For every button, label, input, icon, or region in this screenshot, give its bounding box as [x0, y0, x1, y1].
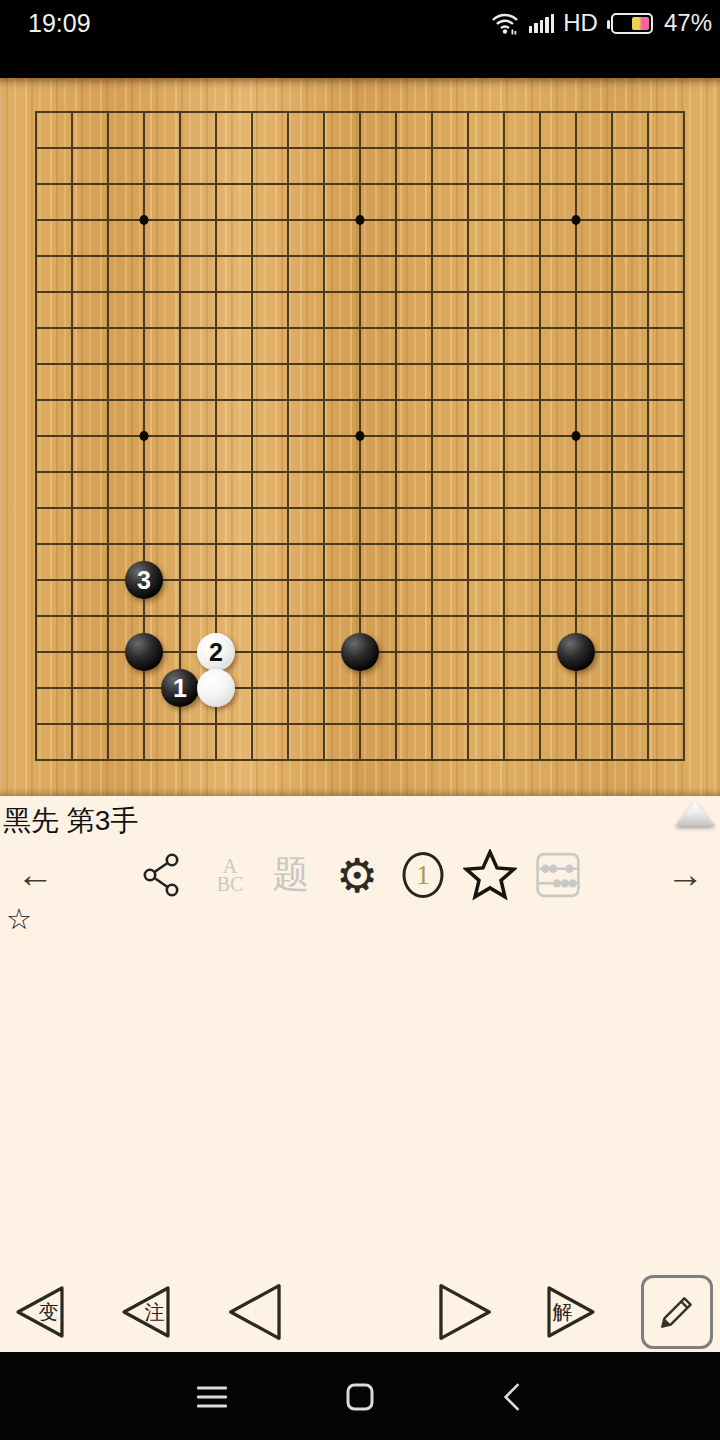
star-point: [356, 431, 365, 441]
coordinates-toggle-button[interactable]: A BC: [217, 857, 244, 894]
battery-icon: [611, 13, 653, 34]
star-point: [572, 431, 581, 441]
black-stone-move-3[interactable]: 3: [125, 561, 163, 599]
previous-move-button[interactable]: ←: [17, 854, 54, 896]
abacus-icon: [535, 851, 581, 899]
black-stone[interactable]: [341, 633, 379, 671]
star-icon: [463, 849, 517, 901]
edit-button[interactable]: [641, 1275, 713, 1349]
signal-strength-icon: [529, 13, 555, 33]
collapse-panel-button[interactable]: [675, 802, 715, 826]
status-bar: 19:09 HD 47%: [0, 0, 720, 78]
home-icon[interactable]: [347, 1384, 374, 1411]
star-point: [572, 215, 581, 225]
right-triangle-icon: [432, 1278, 496, 1346]
share-icon: [141, 852, 183, 898]
go-board[interactable]: 321: [0, 78, 720, 796]
left-triangle-icon: [224, 1278, 288, 1346]
problem-mode-button[interactable]: 题: [273, 850, 310, 900]
counting-button[interactable]: [535, 851, 581, 899]
favorite-button[interactable]: [463, 849, 517, 901]
circled-one-icon: 1: [403, 852, 444, 898]
black-stone-move-1[interactable]: 1: [161, 669, 199, 707]
white-stone-move-2[interactable]: 2: [197, 633, 235, 671]
black-stone[interactable]: [125, 633, 163, 671]
battery-percent: 47%: [664, 9, 712, 37]
problem-status-text: 黑先 第3手: [3, 802, 138, 840]
white-stone[interactable]: [197, 669, 235, 707]
step-forward-button[interactable]: [432, 1278, 496, 1346]
settings-button[interactable]: ⚙: [336, 848, 378, 903]
annotation-button[interactable]: 注: [118, 1281, 176, 1343]
black-stone[interactable]: [557, 633, 595, 671]
pencil-icon: [656, 1291, 698, 1333]
go-board-grid[interactable]: 321: [18, 94, 702, 778]
abc-icon: A BC: [217, 857, 244, 894]
clock: 19:09: [28, 9, 91, 38]
toolbar: ← A BC 题 ⚙ 1: [0, 842, 720, 908]
stone-move-number: 3: [137, 568, 151, 593]
star-point: [140, 215, 149, 225]
stone-move-number: 2: [209, 640, 223, 665]
caption-bar: 黑先 第3手: [0, 796, 720, 842]
small-favorite-star-icon[interactable]: ☆: [6, 902, 32, 936]
hd-voice-indicator: HD: [563, 9, 598, 37]
up-triangle-icon: [675, 802, 715, 826]
solution-button[interactable]: 解: [541, 1281, 599, 1343]
stone-move-number: 1: [173, 676, 187, 701]
back-icon[interactable]: [503, 1382, 521, 1412]
variation-button[interactable]: 变: [12, 1281, 70, 1343]
wifi-icon: [490, 11, 520, 35]
step-back-button[interactable]: [224, 1278, 288, 1346]
share-button[interactable]: [141, 852, 183, 898]
star-point: [356, 215, 365, 225]
next-move-button[interactable]: →: [667, 854, 704, 896]
star-point: [140, 431, 149, 441]
move-numbers-button[interactable]: 1: [403, 852, 444, 898]
android-nav-bar: [0, 1352, 720, 1440]
gear-icon: ⚙: [336, 848, 378, 903]
recents-menu-icon[interactable]: [197, 1387, 227, 1408]
star-point-layer: [18, 94, 702, 778]
bottom-controls: 变 注 解: [0, 1270, 720, 1352]
